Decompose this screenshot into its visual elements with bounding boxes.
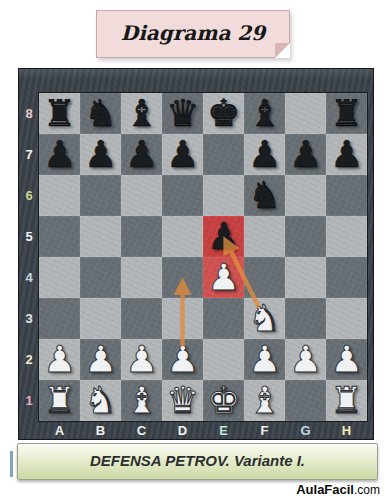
square-d6: [162, 175, 203, 216]
rank-label-4: 4: [19, 257, 39, 298]
square-c3: [121, 298, 162, 339]
square-b3: [80, 298, 121, 339]
opening-caption: DEFENSA PETROV. Variante I.: [18, 444, 377, 478]
piece-black-rook-h8: ♜: [330, 93, 363, 134]
square-h4: [326, 257, 367, 298]
caption-bar: DEFENSA PETROV. Variante I.: [17, 443, 378, 480]
piece-black-pawn-a7: ♟: [43, 134, 76, 175]
rank-label-5: 5: [19, 216, 39, 257]
file-label-e: E: [203, 421, 244, 441]
square-d8: ♛: [162, 93, 203, 134]
piece-black-queen-d8: ♛: [166, 93, 199, 134]
square-d3: [162, 298, 203, 339]
square-f5: [244, 216, 285, 257]
square-b7: ♟: [80, 134, 121, 175]
square-g4: [285, 257, 326, 298]
square-d4: [162, 257, 203, 298]
square-e4: ♟: [203, 257, 244, 298]
piece-white-pawn-b2: ♟: [84, 339, 117, 380]
square-h2: ♟: [326, 339, 367, 380]
square-e1: ♚: [203, 380, 244, 421]
square-d7: ♟: [162, 134, 203, 175]
diagram-title-banner: Diagrama 29: [96, 10, 290, 58]
piece-white-pawn-g2: ♟: [289, 339, 322, 380]
square-d2: ♟: [162, 339, 203, 380]
square-a7: ♟: [39, 134, 80, 175]
square-a6: [39, 175, 80, 216]
piece-white-pawn-h2: ♟: [330, 339, 363, 380]
chess-board: ♜♞♝♛♚♝♜♟♟♟♟♟♟♟♞♟♟♞♟♟♟♟♟♟♟♜♞♝♛♚♝♜: [39, 93, 367, 421]
piece-black-pawn-b7: ♟: [84, 134, 117, 175]
square-f4: [244, 257, 285, 298]
file-label-b: B: [80, 421, 121, 441]
piece-white-pawn-e4: ♟: [207, 257, 240, 298]
rank-label-6: 6: [19, 175, 39, 216]
site-credit-brand: AulaFacil: [296, 482, 354, 497]
square-f2: ♟: [244, 339, 285, 380]
piece-black-pawn-f7: ♟: [248, 134, 281, 175]
square-c8: ♝: [121, 93, 162, 134]
site-credit: AulaFacil.com: [296, 482, 380, 497]
square-e6: [203, 175, 244, 216]
square-h8: ♜: [326, 93, 367, 134]
square-a3: [39, 298, 80, 339]
piece-white-bishop-f1: ♝: [248, 380, 281, 421]
square-g7: ♟: [285, 134, 326, 175]
square-h7: ♟: [326, 134, 367, 175]
piece-black-pawn-h7: ♟: [330, 134, 363, 175]
piece-white-pawn-a2: ♟: [43, 339, 76, 380]
square-a8: ♜: [39, 93, 80, 134]
piece-white-knight-b1: ♞: [84, 380, 117, 421]
piece-black-knight-b8: ♞: [84, 93, 117, 134]
file-label-d: D: [162, 421, 203, 441]
square-e2: [203, 339, 244, 380]
rank-label-2: 2: [19, 339, 39, 380]
piece-black-pawn-d7: ♟: [166, 134, 199, 175]
chess-board-frame: 87654321 ♜♞♝♛♚♝♜♟♟♟♟♟♟♟♞♟♟♞♟♟♟♟♟♟♟♜♞♝♛♚♝…: [18, 68, 374, 440]
square-b8: ♞: [80, 93, 121, 134]
piece-white-knight-f3: ♞: [248, 298, 281, 339]
square-b2: ♟: [80, 339, 121, 380]
square-c2: ♟: [121, 339, 162, 380]
file-label-h: H: [326, 421, 367, 441]
square-a5: [39, 216, 80, 257]
square-c4: [121, 257, 162, 298]
square-g5: [285, 216, 326, 257]
square-b5: [80, 216, 121, 257]
square-f7: ♟: [244, 134, 285, 175]
piece-white-pawn-d2: ♟: [166, 339, 199, 380]
piece-white-rook-a1: ♜: [43, 380, 76, 421]
piece-white-rook-h1: ♜: [330, 380, 363, 421]
piece-white-pawn-f2: ♟: [248, 339, 281, 380]
square-h6: [326, 175, 367, 216]
rank-label-7: 7: [19, 134, 39, 175]
square-f3: ♞: [244, 298, 285, 339]
site-credit-suffix: .com: [354, 483, 380, 497]
file-label-a: A: [39, 421, 80, 441]
diagram-title: Diagrama 29: [97, 11, 289, 57]
square-c6: [121, 175, 162, 216]
square-c5: [121, 216, 162, 257]
square-c7: ♟: [121, 134, 162, 175]
square-a4: [39, 257, 80, 298]
square-b4: [80, 257, 121, 298]
square-d5: [162, 216, 203, 257]
square-b6: [80, 175, 121, 216]
square-e8: ♚: [203, 93, 244, 134]
square-a1: ♜: [39, 380, 80, 421]
piece-black-bishop-c8: ♝: [125, 93, 158, 134]
square-a2: ♟: [39, 339, 80, 380]
piece-black-pawn-c7: ♟: [125, 134, 158, 175]
piece-black-rook-a8: ♜: [43, 93, 76, 134]
square-g2: ♟: [285, 339, 326, 380]
square-b1: ♞: [80, 380, 121, 421]
page: Diagrama 29 87654321 ♜♞♝♛♚♝♜♟♟♟♟♟♟♟♞♟♟♞♟…: [0, 0, 388, 499]
piece-black-king-e8: ♚: [207, 93, 240, 134]
square-f6: ♞: [244, 175, 285, 216]
square-g1: [285, 380, 326, 421]
rank-label-8: 8: [19, 93, 39, 134]
file-label-c: C: [121, 421, 162, 441]
square-e5: ♟: [203, 216, 244, 257]
piece-black-bishop-f8: ♝: [248, 93, 281, 134]
file-label-f: F: [244, 421, 285, 441]
piece-black-pawn-g7: ♟: [289, 134, 322, 175]
rank-label-3: 3: [19, 298, 39, 339]
square-g6: [285, 175, 326, 216]
rank-labels: 87654321: [19, 93, 39, 421]
caption-accent-bar: [10, 451, 13, 477]
file-label-g: G: [285, 421, 326, 441]
square-c1: ♝: [121, 380, 162, 421]
rank-label-1: 1: [19, 380, 39, 421]
square-h5: [326, 216, 367, 257]
piece-white-bishop-c1: ♝: [125, 380, 158, 421]
square-h3: [326, 298, 367, 339]
square-d1: ♛: [162, 380, 203, 421]
piece-white-king-e1: ♚: [207, 380, 240, 421]
file-labels: ABCDEFGH: [39, 421, 367, 441]
piece-black-knight-f6: ♞: [248, 175, 281, 216]
square-g8: [285, 93, 326, 134]
square-g3: [285, 298, 326, 339]
square-h1: ♜: [326, 380, 367, 421]
square-e7: [203, 134, 244, 175]
square-f1: ♝: [244, 380, 285, 421]
piece-white-pawn-c2: ♟: [125, 339, 158, 380]
square-f8: ♝: [244, 93, 285, 134]
square-e3: [203, 298, 244, 339]
piece-black-pawn-e5: ♟: [207, 216, 240, 257]
piece-white-queen-d1: ♛: [166, 380, 199, 421]
